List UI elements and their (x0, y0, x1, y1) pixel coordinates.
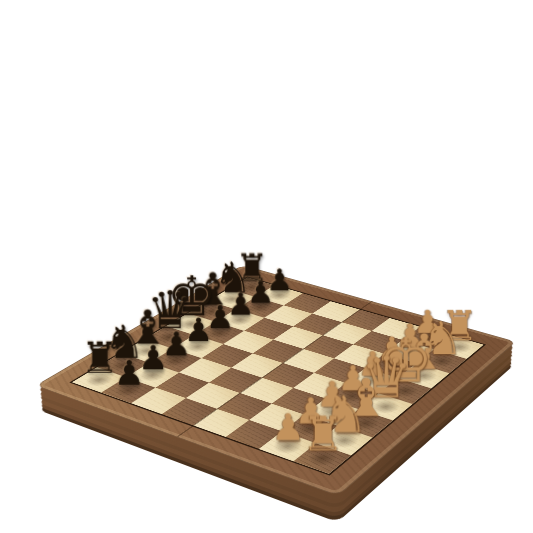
black-pawn-a7[interactable]: ♟ (113, 356, 144, 390)
board-grid: ♜♞♝♛♚♝♞♜♟♟♟♟♟♟♟♟♟♟♟♟♟♟♟♟♜♞♝♛♚♝♞♜ (69, 277, 486, 476)
chess-board: ♜♞♝♛♚♝♞♜♟♟♟♟♟♟♟♟♟♟♟♟♟♟♟♟♜♞♝♛♚♝♞♜ (36, 265, 517, 496)
chess-set-scene: ♜♞♝♛♚♝♞♜♟♟♟♟♟♟♟♟♟♟♟♟♟♟♟♟♜♞♝♛♚♝♞♜ (0, 0, 533, 533)
white-rook-a1[interactable]: ♜ (301, 411, 343, 458)
black-rook-a8[interactable]: ♜ (80, 337, 119, 380)
white-pawn-a2[interactable]: ♟ (271, 409, 304, 446)
product-photo: ♜♞♝♛♚♝♞♜♟♟♟♟♟♟♟♟♟♟♟♟♟♟♟♟♜♞♝♛♚♝♞♜ (0, 0, 533, 533)
